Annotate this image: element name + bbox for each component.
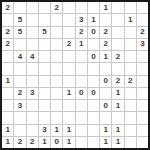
cell-r6c3[interactable] bbox=[27, 63, 38, 74]
cell-r4c1[interactable]: 2 bbox=[2, 39, 13, 50]
cell-r2c1[interactable] bbox=[2, 14, 13, 25]
cell-r11c10[interactable]: 1 bbox=[112, 125, 123, 136]
cell-r5c5[interactable] bbox=[51, 51, 62, 62]
cell-r8c7[interactable]: 0 bbox=[76, 88, 87, 99]
cell-r2c7[interactable]: 3 bbox=[76, 14, 87, 25]
cell-r3c2[interactable]: 5 bbox=[14, 27, 25, 38]
cell-r3c8[interactable]: 0 bbox=[88, 27, 99, 38]
cell-r6c12[interactable] bbox=[137, 63, 148, 74]
cell-r1c7[interactable] bbox=[76, 2, 87, 13]
cell-r7c8[interactable] bbox=[88, 76, 99, 87]
cell-r4c5[interactable] bbox=[51, 39, 62, 50]
cell-r11c8[interactable] bbox=[88, 125, 99, 136]
cell-r9c12[interactable] bbox=[137, 100, 148, 111]
cell-r8c5[interactable] bbox=[51, 88, 62, 99]
cell-r6c5[interactable] bbox=[51, 63, 62, 74]
cell-r2c5[interactable] bbox=[51, 14, 62, 25]
cell-r7c7[interactable] bbox=[76, 76, 87, 87]
cell-r8c12[interactable] bbox=[137, 88, 148, 99]
cell-r8c6[interactable]: 1 bbox=[63, 88, 74, 99]
cell-r10c4[interactable] bbox=[39, 112, 50, 123]
cell-r11c3[interactable] bbox=[27, 125, 38, 136]
cell-r1c9[interactable]: 1 bbox=[100, 2, 111, 13]
cell-r9c8[interactable] bbox=[88, 100, 99, 111]
cell-r8c1[interactable] bbox=[2, 88, 13, 99]
puzzle-board: 2215311255202222123440121022231001301131… bbox=[0, 0, 150, 150]
cell-r8c8[interactable]: 0 bbox=[88, 88, 99, 99]
cell-r3c4[interactable]: 5 bbox=[39, 27, 50, 38]
cell-r2c6[interactable] bbox=[63, 14, 74, 25]
cell-r5c2[interactable]: 4 bbox=[14, 51, 25, 62]
cell-r6c8[interactable] bbox=[88, 63, 99, 74]
cell-r2c2[interactable]: 5 bbox=[14, 14, 25, 25]
cell-r5c9[interactable]: 1 bbox=[100, 51, 111, 62]
cell-r5c7[interactable] bbox=[76, 51, 87, 62]
cell-r6c1[interactable] bbox=[2, 63, 13, 74]
cell-r2c11[interactable]: 1 bbox=[125, 14, 136, 25]
cell-r1c11[interactable] bbox=[125, 2, 136, 13]
cell-r8c11[interactable] bbox=[125, 88, 136, 99]
cell-r3c10[interactable] bbox=[112, 27, 123, 38]
cell-r3c7[interactable]: 2 bbox=[76, 27, 87, 38]
cell-r5c10[interactable]: 2 bbox=[112, 51, 123, 62]
cell-r9c3[interactable] bbox=[27, 100, 38, 111]
cell-r3c5[interactable] bbox=[51, 27, 62, 38]
cell-r4c9[interactable]: 2 bbox=[100, 39, 111, 50]
cell-r3c3[interactable] bbox=[27, 27, 38, 38]
cell-r12c6[interactable]: 1 bbox=[63, 137, 74, 148]
cell-r10c11[interactable] bbox=[125, 112, 136, 123]
cell-r4c3[interactable] bbox=[27, 39, 38, 50]
cell-r5c8[interactable]: 0 bbox=[88, 51, 99, 62]
cell-r5c1[interactable] bbox=[2, 51, 13, 62]
cell-r10c7[interactable] bbox=[76, 112, 87, 123]
cell-r3c1[interactable]: 2 bbox=[2, 27, 13, 38]
cell-r12c5[interactable]: 0 bbox=[51, 137, 62, 148]
cell-r1c8[interactable] bbox=[88, 2, 99, 13]
cell-r9c9[interactable]: 0 bbox=[100, 100, 111, 111]
cell-r8c4[interactable] bbox=[39, 88, 50, 99]
cell-r7c9[interactable]: 0 bbox=[100, 76, 111, 87]
cell-r11c12[interactable] bbox=[137, 125, 148, 136]
cell-r7c3[interactable] bbox=[27, 76, 38, 87]
cell-r7c10[interactable]: 2 bbox=[112, 76, 123, 87]
cell-r1c12[interactable] bbox=[137, 2, 148, 13]
cell-r6c9[interactable] bbox=[100, 63, 111, 74]
cell-r11c5[interactable]: 1 bbox=[51, 125, 62, 136]
cell-r2c10[interactable] bbox=[112, 14, 123, 25]
cell-r8c9[interactable] bbox=[100, 88, 111, 99]
cell-r12c8[interactable] bbox=[88, 137, 99, 148]
cell-r12c3[interactable]: 2 bbox=[27, 137, 38, 148]
cell-r12c7[interactable] bbox=[76, 137, 87, 148]
cell-r9c4[interactable] bbox=[39, 100, 50, 111]
cell-r2c9[interactable] bbox=[100, 14, 111, 25]
cell-r7c5[interactable] bbox=[51, 76, 62, 87]
cell-r4c2[interactable] bbox=[14, 39, 25, 50]
cell-r1c6[interactable] bbox=[63, 2, 74, 13]
cell-r7c1[interactable]: 1 bbox=[2, 76, 13, 87]
cell-r12c1[interactable]: 1 bbox=[2, 137, 13, 148]
cell-r3c9[interactable]: 2 bbox=[100, 27, 111, 38]
cell-r4c11[interactable] bbox=[125, 39, 136, 50]
cell-r10c3[interactable] bbox=[27, 112, 38, 123]
cell-r12c11[interactable] bbox=[125, 137, 136, 148]
cell-r5c6[interactable] bbox=[63, 51, 74, 62]
cell-r10c1[interactable] bbox=[2, 112, 13, 123]
cell-r10c2[interactable] bbox=[14, 112, 25, 123]
cell-r3c11[interactable] bbox=[125, 27, 136, 38]
cell-r6c6[interactable] bbox=[63, 63, 74, 74]
cell-r1c2[interactable] bbox=[14, 2, 25, 13]
cell-r1c4[interactable] bbox=[39, 2, 50, 13]
cell-r7c6[interactable] bbox=[63, 76, 74, 87]
cell-r4c6[interactable]: 2 bbox=[63, 39, 74, 50]
cell-r6c7[interactable] bbox=[76, 63, 87, 74]
cell-r2c8[interactable]: 1 bbox=[88, 14, 99, 25]
cell-r1c5[interactable]: 2 bbox=[51, 2, 62, 13]
cell-r10c5[interactable] bbox=[51, 112, 62, 123]
cell-r6c11[interactable] bbox=[125, 63, 136, 74]
cell-r9c11[interactable] bbox=[125, 100, 136, 111]
cell-r6c2[interactable] bbox=[14, 63, 25, 74]
cell-r4c7[interactable]: 1 bbox=[76, 39, 87, 50]
cell-r12c12[interactable] bbox=[137, 137, 148, 148]
cell-r11c9[interactable]: 1 bbox=[100, 125, 111, 136]
cell-r9c6[interactable] bbox=[63, 100, 74, 111]
cell-r7c12[interactable] bbox=[137, 76, 148, 87]
cell-r2c4[interactable] bbox=[39, 14, 50, 25]
cell-r5c11[interactable] bbox=[125, 51, 136, 62]
cell-r8c2[interactable]: 2 bbox=[14, 88, 25, 99]
cell-r7c2[interactable] bbox=[14, 76, 25, 87]
cell-r3c12[interactable]: 2 bbox=[137, 27, 148, 38]
cell-r11c11[interactable] bbox=[125, 125, 136, 136]
cell-r4c12[interactable]: 3 bbox=[137, 39, 148, 50]
cell-r11c6[interactable]: 1 bbox=[63, 125, 74, 136]
cell-r4c4[interactable] bbox=[39, 39, 50, 50]
cell-r10c6[interactable] bbox=[63, 112, 74, 123]
cell-r1c1[interactable]: 2 bbox=[2, 2, 13, 13]
cell-r10c12[interactable] bbox=[137, 112, 148, 123]
cell-r4c8[interactable] bbox=[88, 39, 99, 50]
cell-r12c9[interactable]: 1 bbox=[100, 137, 111, 148]
cell-r12c4[interactable]: 1 bbox=[39, 137, 50, 148]
cell-r8c10[interactable]: 1 bbox=[112, 88, 123, 99]
cell-r10c8[interactable] bbox=[88, 112, 99, 123]
cell-r9c5[interactable] bbox=[51, 100, 62, 111]
cell-r12c2[interactable]: 2 bbox=[14, 137, 25, 148]
cell-r5c4[interactable] bbox=[39, 51, 50, 62]
cell-r10c10[interactable] bbox=[112, 112, 123, 123]
cell-r2c12[interactable] bbox=[137, 14, 148, 25]
cell-r6c10[interactable] bbox=[112, 63, 123, 74]
cell-r6c4[interactable] bbox=[39, 63, 50, 74]
cell-r11c4[interactable]: 3 bbox=[39, 125, 50, 136]
cell-r8c3[interactable]: 3 bbox=[27, 88, 38, 99]
cell-r2c3[interactable] bbox=[27, 14, 38, 25]
cell-r5c12[interactable] bbox=[137, 51, 148, 62]
cell-r5c3[interactable]: 4 bbox=[27, 51, 38, 62]
cell-r9c1[interactable] bbox=[2, 100, 13, 111]
cell-r11c1[interactable]: 1 bbox=[2, 125, 13, 136]
cell-r1c3[interactable] bbox=[27, 2, 38, 13]
cell-r7c11[interactable]: 2 bbox=[125, 76, 136, 87]
cell-r10c9[interactable] bbox=[100, 112, 111, 123]
cell-r9c10[interactable]: 1 bbox=[112, 100, 123, 111]
cell-r1c10[interactable] bbox=[112, 2, 123, 13]
cell-r7c4[interactable] bbox=[39, 76, 50, 87]
cell-r9c7[interactable] bbox=[76, 100, 87, 111]
cell-r12c10[interactable]: 1 bbox=[112, 137, 123, 148]
cell-r11c2[interactable] bbox=[14, 125, 25, 136]
cell-r9c2[interactable]: 3 bbox=[14, 100, 25, 111]
cell-r4c10[interactable] bbox=[112, 39, 123, 50]
cell-r11c7[interactable] bbox=[76, 125, 87, 136]
cell-r3c6[interactable] bbox=[63, 27, 74, 38]
